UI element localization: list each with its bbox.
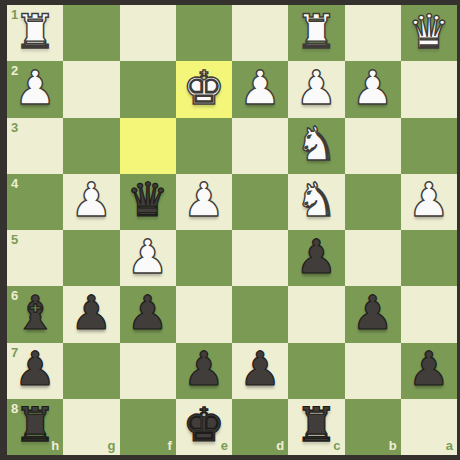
- square-a5[interactable]: [401, 230, 457, 286]
- square-c1[interactable]: ♜: [288, 5, 344, 61]
- file-label-g: g: [108, 439, 116, 452]
- square-h8[interactable]: 8h♜: [7, 399, 63, 455]
- square-b5[interactable]: [345, 230, 401, 286]
- black-bishop: ♝: [14, 289, 56, 336]
- square-b8[interactable]: b: [345, 399, 401, 455]
- black-pawn: ♟: [70, 289, 112, 336]
- square-a3[interactable]: [401, 118, 457, 174]
- square-a7[interactable]: ♟: [401, 343, 457, 399]
- file-label-d: d: [276, 439, 284, 452]
- black-pawn: ♟: [295, 233, 337, 280]
- square-c3[interactable]: ♞: [288, 118, 344, 174]
- square-e4[interactable]: ♟: [176, 174, 232, 230]
- square-f7[interactable]: [120, 343, 176, 399]
- black-pawn: ♟: [352, 289, 394, 336]
- square-a1[interactable]: ♛: [401, 5, 457, 61]
- square-d2[interactable]: ♟: [232, 61, 288, 117]
- square-e5[interactable]: [176, 230, 232, 286]
- square-g2[interactable]: [63, 61, 119, 117]
- square-f2[interactable]: [120, 61, 176, 117]
- square-c4[interactable]: ♞: [288, 174, 344, 230]
- square-f1[interactable]: [120, 5, 176, 61]
- square-e1[interactable]: [176, 5, 232, 61]
- square-g1[interactable]: [63, 5, 119, 61]
- square-d6[interactable]: [232, 286, 288, 342]
- square-h6[interactable]: 6♝: [7, 286, 63, 342]
- square-c7[interactable]: [288, 343, 344, 399]
- square-d4[interactable]: [232, 174, 288, 230]
- square-b7[interactable]: [345, 343, 401, 399]
- black-pawn: ♟: [239, 345, 281, 392]
- square-c6[interactable]: [288, 286, 344, 342]
- white-pawn: ♟: [352, 64, 394, 111]
- black-pawn: ♟: [127, 289, 169, 336]
- black-rook: ♜: [295, 401, 337, 448]
- square-h4[interactable]: 4: [7, 174, 63, 230]
- square-c8[interactable]: c♜: [288, 399, 344, 455]
- square-a8[interactable]: a: [401, 399, 457, 455]
- square-b3[interactable]: [345, 118, 401, 174]
- square-c5[interactable]: ♟: [288, 230, 344, 286]
- white-pawn: ♟: [183, 176, 225, 223]
- square-b4[interactable]: [345, 174, 401, 230]
- square-d5[interactable]: [232, 230, 288, 286]
- white-rook: ♜: [295, 8, 337, 55]
- white-pawn: ♟: [70, 176, 112, 223]
- white-pawn: ♟: [408, 176, 450, 223]
- square-a2[interactable]: [401, 61, 457, 117]
- white-knight: ♞: [295, 120, 337, 167]
- square-g4[interactable]: ♟: [63, 174, 119, 230]
- square-h1[interactable]: 1♜: [7, 5, 63, 61]
- square-e7[interactable]: ♟: [176, 343, 232, 399]
- white-knight: ♞: [295, 176, 337, 223]
- black-queen: ♛: [127, 176, 169, 223]
- black-pawn: ♟: [408, 345, 450, 392]
- chess-board: 1♜♜♛2♟♚♟♟♟3♞4♟♛♟♞♟5♟♟6♝♟♟♟7♟♟♟♟8h♜gfe♚dc…: [7, 5, 457, 455]
- square-g6[interactable]: ♟: [63, 286, 119, 342]
- square-d8[interactable]: d: [232, 399, 288, 455]
- white-pawn: ♟: [14, 64, 56, 111]
- black-pawn: ♟: [14, 345, 56, 392]
- black-king: ♚: [183, 401, 225, 448]
- file-label-f: f: [167, 439, 171, 452]
- square-f6[interactable]: ♟: [120, 286, 176, 342]
- square-d1[interactable]: [232, 5, 288, 61]
- square-b2[interactable]: ♟: [345, 61, 401, 117]
- square-h2[interactable]: 2♟: [7, 61, 63, 117]
- square-e8[interactable]: e♚: [176, 399, 232, 455]
- square-f8[interactable]: f: [120, 399, 176, 455]
- square-h3[interactable]: 3: [7, 118, 63, 174]
- board-frame: 1♜♜♛2♟♚♟♟♟3♞4♟♛♟♞♟5♟♟6♝♟♟♟7♟♟♟♟8h♜gfe♚dc…: [0, 0, 460, 460]
- white-pawn: ♟: [295, 64, 337, 111]
- rank-label-4: 4: [11, 177, 18, 190]
- black-rook: ♜: [14, 401, 56, 448]
- white-queen: ♛: [408, 8, 450, 55]
- square-c2[interactable]: ♟: [288, 61, 344, 117]
- square-a4[interactable]: ♟: [401, 174, 457, 230]
- black-pawn: ♟: [183, 345, 225, 392]
- square-e6[interactable]: [176, 286, 232, 342]
- white-king: ♚: [183, 64, 225, 111]
- square-f3[interactable]: [120, 118, 176, 174]
- square-f5[interactable]: ♟: [120, 230, 176, 286]
- rank-label-5: 5: [11, 233, 18, 246]
- white-rook: ♜: [14, 8, 56, 55]
- square-d7[interactable]: ♟: [232, 343, 288, 399]
- square-d3[interactable]: [232, 118, 288, 174]
- square-g7[interactable]: [63, 343, 119, 399]
- square-h7[interactable]: 7♟: [7, 343, 63, 399]
- white-pawn: ♟: [127, 233, 169, 280]
- square-f4[interactable]: ♛: [120, 174, 176, 230]
- rank-label-3: 3: [11, 121, 18, 134]
- square-e2[interactable]: ♚: [176, 61, 232, 117]
- file-label-a: a: [446, 439, 453, 452]
- square-g5[interactable]: [63, 230, 119, 286]
- square-b1[interactable]: [345, 5, 401, 61]
- file-label-b: b: [389, 439, 397, 452]
- square-b6[interactable]: ♟: [345, 286, 401, 342]
- white-pawn: ♟: [239, 64, 281, 111]
- square-e3[interactable]: [176, 118, 232, 174]
- square-g3[interactable]: [63, 118, 119, 174]
- square-g8[interactable]: g: [63, 399, 119, 455]
- square-h5[interactable]: 5: [7, 230, 63, 286]
- square-a6[interactable]: [401, 286, 457, 342]
